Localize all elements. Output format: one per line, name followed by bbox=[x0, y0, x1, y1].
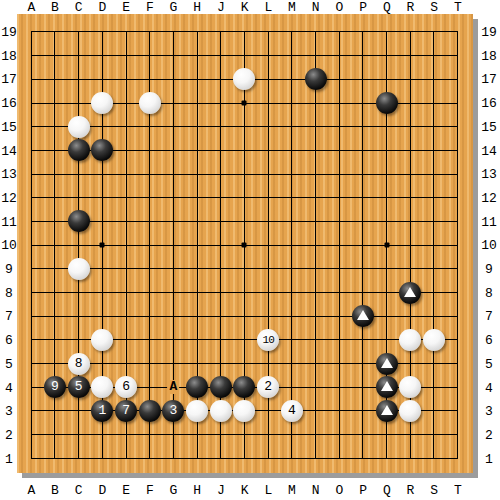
board-point-J13[interactable] bbox=[209, 162, 233, 186]
board-point-E17[interactable] bbox=[114, 68, 138, 92]
board-point-M19[interactable] bbox=[280, 20, 304, 44]
board-point-D7[interactable] bbox=[91, 304, 115, 328]
board-point-H14[interactable] bbox=[185, 139, 209, 163]
board-point-E1[interactable] bbox=[114, 447, 138, 471]
board-point-O19[interactable] bbox=[327, 20, 351, 44]
board-point-L11[interactable] bbox=[256, 210, 280, 234]
board-point-E2[interactable] bbox=[114, 423, 138, 447]
board-point-N4[interactable] bbox=[304, 375, 328, 399]
board-point-D15[interactable] bbox=[91, 115, 115, 139]
board-point-H7[interactable] bbox=[185, 304, 209, 328]
board-point-C4[interactable]: 5 bbox=[67, 375, 91, 399]
board-point-F19[interactable] bbox=[138, 20, 162, 44]
board-point-M18[interactable] bbox=[280, 44, 304, 68]
board-point-J11[interactable] bbox=[209, 210, 233, 234]
board-point-S6[interactable] bbox=[422, 328, 446, 352]
board-point-O2[interactable] bbox=[327, 423, 351, 447]
board-point-N9[interactable] bbox=[304, 257, 328, 281]
board-point-K12[interactable] bbox=[233, 186, 257, 210]
board-point-J5[interactable] bbox=[209, 352, 233, 376]
board-point-A2[interactable] bbox=[19, 423, 43, 447]
board-point-E13[interactable] bbox=[114, 162, 138, 186]
board-point-D12[interactable] bbox=[91, 186, 115, 210]
board-point-K2[interactable] bbox=[233, 423, 257, 447]
board-point-G15[interactable] bbox=[162, 115, 186, 139]
board-point-R19[interactable] bbox=[398, 20, 422, 44]
board-point-T9[interactable] bbox=[446, 257, 470, 281]
board-point-A18[interactable] bbox=[19, 44, 43, 68]
board-point-R13[interactable] bbox=[398, 162, 422, 186]
board-point-O8[interactable] bbox=[327, 281, 351, 305]
board-point-F2[interactable] bbox=[138, 423, 162, 447]
board-point-C12[interactable] bbox=[67, 186, 91, 210]
board-point-L15[interactable] bbox=[256, 115, 280, 139]
board-point-R10[interactable] bbox=[398, 233, 422, 257]
board-point-K1[interactable] bbox=[233, 447, 257, 471]
board-point-E6[interactable] bbox=[114, 328, 138, 352]
board-point-G4[interactable]: A bbox=[162, 375, 186, 399]
board-point-D9[interactable] bbox=[91, 257, 115, 281]
board-point-N3[interactable] bbox=[304, 399, 328, 423]
board-point-Q4[interactable] bbox=[375, 375, 399, 399]
board-point-R12[interactable] bbox=[398, 186, 422, 210]
board-point-R16[interactable] bbox=[398, 91, 422, 115]
board-point-L6[interactable]: 10 bbox=[256, 328, 280, 352]
board-point-S11[interactable] bbox=[422, 210, 446, 234]
board-point-J4[interactable] bbox=[209, 375, 233, 399]
board-point-B10[interactable] bbox=[43, 233, 67, 257]
board-point-L5[interactable] bbox=[256, 352, 280, 376]
board-point-J8[interactable] bbox=[209, 281, 233, 305]
board-point-T1[interactable] bbox=[446, 447, 470, 471]
board-point-E9[interactable] bbox=[114, 257, 138, 281]
board-point-C8[interactable] bbox=[67, 281, 91, 305]
board-point-N16[interactable] bbox=[304, 91, 328, 115]
board-point-F7[interactable] bbox=[138, 304, 162, 328]
board-point-K14[interactable] bbox=[233, 139, 257, 163]
board-point-O3[interactable] bbox=[327, 399, 351, 423]
board-point-J1[interactable] bbox=[209, 447, 233, 471]
board-point-P8[interactable] bbox=[351, 281, 375, 305]
board-point-O16[interactable] bbox=[327, 91, 351, 115]
board-point-P19[interactable] bbox=[351, 20, 375, 44]
board-point-C2[interactable] bbox=[67, 423, 91, 447]
board-point-A10[interactable] bbox=[19, 233, 43, 257]
board-point-G2[interactable] bbox=[162, 423, 186, 447]
board-point-S16[interactable] bbox=[422, 91, 446, 115]
board-point-O11[interactable] bbox=[327, 210, 351, 234]
board-point-E5[interactable] bbox=[114, 352, 138, 376]
board-point-C18[interactable] bbox=[67, 44, 91, 68]
board-point-H6[interactable] bbox=[185, 328, 209, 352]
board-point-B11[interactable] bbox=[43, 210, 67, 234]
board-point-Q6[interactable] bbox=[375, 328, 399, 352]
board-point-C9[interactable] bbox=[67, 257, 91, 281]
board-point-B2[interactable] bbox=[43, 423, 67, 447]
board-point-B6[interactable] bbox=[43, 328, 67, 352]
board-point-K15[interactable] bbox=[233, 115, 257, 139]
board-point-K6[interactable] bbox=[233, 328, 257, 352]
board-point-Q17[interactable] bbox=[375, 68, 399, 92]
board-point-A19[interactable] bbox=[19, 20, 43, 44]
board-point-M9[interactable] bbox=[280, 257, 304, 281]
board-point-L10[interactable] bbox=[256, 233, 280, 257]
board-point-G12[interactable] bbox=[162, 186, 186, 210]
board-point-R1[interactable] bbox=[398, 447, 422, 471]
board-point-D10[interactable] bbox=[91, 233, 115, 257]
board-point-D19[interactable] bbox=[91, 20, 115, 44]
board-point-M4[interactable] bbox=[280, 375, 304, 399]
board-point-P3[interactable] bbox=[351, 399, 375, 423]
board-point-D17[interactable] bbox=[91, 68, 115, 92]
board-point-B4[interactable]: 9 bbox=[43, 375, 67, 399]
board-point-H13[interactable] bbox=[185, 162, 209, 186]
board-point-B1[interactable] bbox=[43, 447, 67, 471]
board-point-M5[interactable] bbox=[280, 352, 304, 376]
board-point-A12[interactable] bbox=[19, 186, 43, 210]
board-point-R8[interactable] bbox=[398, 281, 422, 305]
board-point-P4[interactable] bbox=[351, 375, 375, 399]
board-point-G19[interactable] bbox=[162, 20, 186, 44]
board-point-R18[interactable] bbox=[398, 44, 422, 68]
board-point-P15[interactable] bbox=[351, 115, 375, 139]
board-point-G17[interactable] bbox=[162, 68, 186, 92]
board-point-M12[interactable] bbox=[280, 186, 304, 210]
board-point-N11[interactable] bbox=[304, 210, 328, 234]
board-point-N7[interactable] bbox=[304, 304, 328, 328]
board-point-D18[interactable] bbox=[91, 44, 115, 68]
board-point-A7[interactable] bbox=[19, 304, 43, 328]
board-point-P7[interactable] bbox=[351, 304, 375, 328]
board-point-R11[interactable] bbox=[398, 210, 422, 234]
board-point-M2[interactable] bbox=[280, 423, 304, 447]
board-point-N13[interactable] bbox=[304, 162, 328, 186]
board-point-F17[interactable] bbox=[138, 68, 162, 92]
board-point-J7[interactable] bbox=[209, 304, 233, 328]
board-point-T17[interactable] bbox=[446, 68, 470, 92]
board-point-H10[interactable] bbox=[185, 233, 209, 257]
board-point-Q1[interactable] bbox=[375, 447, 399, 471]
board-point-P5[interactable] bbox=[351, 352, 375, 376]
board-point-A6[interactable] bbox=[19, 328, 43, 352]
board-point-K18[interactable] bbox=[233, 44, 257, 68]
board-point-Q10[interactable] bbox=[375, 233, 399, 257]
board-point-S5[interactable] bbox=[422, 352, 446, 376]
board-point-Q2[interactable] bbox=[375, 423, 399, 447]
board-point-S10[interactable] bbox=[422, 233, 446, 257]
board-point-Q18[interactable] bbox=[375, 44, 399, 68]
board-point-L18[interactable] bbox=[256, 44, 280, 68]
board-point-E7[interactable] bbox=[114, 304, 138, 328]
board-point-G13[interactable] bbox=[162, 162, 186, 186]
board-point-G3[interactable]: 3 bbox=[162, 399, 186, 423]
board-point-H19[interactable] bbox=[185, 20, 209, 44]
board-point-P18[interactable] bbox=[351, 44, 375, 68]
board-point-F4[interactable] bbox=[138, 375, 162, 399]
board-point-D14[interactable] bbox=[91, 139, 115, 163]
board-point-N15[interactable] bbox=[304, 115, 328, 139]
board-point-S15[interactable] bbox=[422, 115, 446, 139]
board-point-N2[interactable] bbox=[304, 423, 328, 447]
board-point-S4[interactable] bbox=[422, 375, 446, 399]
board-point-E14[interactable] bbox=[114, 139, 138, 163]
board-point-M7[interactable] bbox=[280, 304, 304, 328]
board-point-Q8[interactable] bbox=[375, 281, 399, 305]
board-point-H17[interactable] bbox=[185, 68, 209, 92]
board-point-M6[interactable] bbox=[280, 328, 304, 352]
board-point-J3[interactable] bbox=[209, 399, 233, 423]
board-point-H16[interactable] bbox=[185, 91, 209, 115]
board-point-R5[interactable] bbox=[398, 352, 422, 376]
board-point-O17[interactable] bbox=[327, 68, 351, 92]
board-point-J14[interactable] bbox=[209, 139, 233, 163]
board-point-D4[interactable] bbox=[91, 375, 115, 399]
board-point-L4[interactable]: 2 bbox=[256, 375, 280, 399]
board-point-H1[interactable] bbox=[185, 447, 209, 471]
board-point-D6[interactable] bbox=[91, 328, 115, 352]
board-point-A13[interactable] bbox=[19, 162, 43, 186]
board-point-C6[interactable] bbox=[67, 328, 91, 352]
board-point-P10[interactable] bbox=[351, 233, 375, 257]
board-point-A8[interactable] bbox=[19, 281, 43, 305]
board-point-M1[interactable] bbox=[280, 447, 304, 471]
board-point-T4[interactable] bbox=[446, 375, 470, 399]
board-point-A16[interactable] bbox=[19, 91, 43, 115]
board-point-E15[interactable] bbox=[114, 115, 138, 139]
board-point-S18[interactable] bbox=[422, 44, 446, 68]
board-point-N18[interactable] bbox=[304, 44, 328, 68]
board-point-P12[interactable] bbox=[351, 186, 375, 210]
board-point-B15[interactable] bbox=[43, 115, 67, 139]
board-point-N6[interactable] bbox=[304, 328, 328, 352]
board-point-F9[interactable] bbox=[138, 257, 162, 281]
board-point-C1[interactable] bbox=[67, 447, 91, 471]
board-point-P6[interactable] bbox=[351, 328, 375, 352]
board-point-G16[interactable] bbox=[162, 91, 186, 115]
board-point-O1[interactable] bbox=[327, 447, 351, 471]
board-point-H12[interactable] bbox=[185, 186, 209, 210]
board-point-H8[interactable] bbox=[185, 281, 209, 305]
board-point-J6[interactable] bbox=[209, 328, 233, 352]
board-point-C10[interactable] bbox=[67, 233, 91, 257]
board-point-T19[interactable] bbox=[446, 20, 470, 44]
board-point-M8[interactable] bbox=[280, 281, 304, 305]
board-point-R4[interactable] bbox=[398, 375, 422, 399]
board-point-S13[interactable] bbox=[422, 162, 446, 186]
board-point-K3[interactable] bbox=[233, 399, 257, 423]
board-point-S1[interactable] bbox=[422, 447, 446, 471]
board-point-R2[interactable] bbox=[398, 423, 422, 447]
board-point-B7[interactable] bbox=[43, 304, 67, 328]
board-point-G11[interactable] bbox=[162, 210, 186, 234]
board-point-L2[interactable] bbox=[256, 423, 280, 447]
board-point-T15[interactable] bbox=[446, 115, 470, 139]
board-point-B18[interactable] bbox=[43, 44, 67, 68]
board-point-C14[interactable] bbox=[67, 139, 91, 163]
board-point-E19[interactable] bbox=[114, 20, 138, 44]
board-point-L13[interactable] bbox=[256, 162, 280, 186]
board-point-D5[interactable] bbox=[91, 352, 115, 376]
board-point-B19[interactable] bbox=[43, 20, 67, 44]
board-point-F14[interactable] bbox=[138, 139, 162, 163]
board-point-F13[interactable] bbox=[138, 162, 162, 186]
board-point-B3[interactable] bbox=[43, 399, 67, 423]
board-point-E12[interactable] bbox=[114, 186, 138, 210]
board-point-F16[interactable] bbox=[138, 91, 162, 115]
board-point-F11[interactable] bbox=[138, 210, 162, 234]
board-point-E10[interactable] bbox=[114, 233, 138, 257]
board-point-Q5[interactable] bbox=[375, 352, 399, 376]
board-point-G9[interactable] bbox=[162, 257, 186, 281]
board-point-L1[interactable] bbox=[256, 447, 280, 471]
board-point-G14[interactable] bbox=[162, 139, 186, 163]
board-point-R6[interactable] bbox=[398, 328, 422, 352]
board-point-K4[interactable] bbox=[233, 375, 257, 399]
board-point-T18[interactable] bbox=[446, 44, 470, 68]
board-point-E4[interactable]: 6 bbox=[114, 375, 138, 399]
board-point-F18[interactable] bbox=[138, 44, 162, 68]
board-point-L3[interactable] bbox=[256, 399, 280, 423]
board-point-A1[interactable] bbox=[19, 447, 43, 471]
board-point-T16[interactable] bbox=[446, 91, 470, 115]
board-point-F3[interactable] bbox=[138, 399, 162, 423]
board-point-K17[interactable] bbox=[233, 68, 257, 92]
board-point-B17[interactable] bbox=[43, 68, 67, 92]
board-point-G18[interactable] bbox=[162, 44, 186, 68]
board-point-M10[interactable] bbox=[280, 233, 304, 257]
board-point-E16[interactable] bbox=[114, 91, 138, 115]
board-point-C19[interactable] bbox=[67, 20, 91, 44]
board-point-L8[interactable] bbox=[256, 281, 280, 305]
board-point-T7[interactable] bbox=[446, 304, 470, 328]
board-point-C16[interactable] bbox=[67, 91, 91, 115]
board-point-N17[interactable] bbox=[304, 68, 328, 92]
board-point-B16[interactable] bbox=[43, 91, 67, 115]
board-point-F15[interactable] bbox=[138, 115, 162, 139]
board-point-Q14[interactable] bbox=[375, 139, 399, 163]
board-point-S7[interactable] bbox=[422, 304, 446, 328]
board-point-D16[interactable] bbox=[91, 91, 115, 115]
board-point-H15[interactable] bbox=[185, 115, 209, 139]
board-point-M3[interactable]: 4 bbox=[280, 399, 304, 423]
board-point-B5[interactable] bbox=[43, 352, 67, 376]
board-point-Q13[interactable] bbox=[375, 162, 399, 186]
board-point-B13[interactable] bbox=[43, 162, 67, 186]
board-point-H18[interactable] bbox=[185, 44, 209, 68]
board-point-O6[interactable] bbox=[327, 328, 351, 352]
board-point-H9[interactable] bbox=[185, 257, 209, 281]
board-point-J16[interactable] bbox=[209, 91, 233, 115]
board-point-S8[interactable] bbox=[422, 281, 446, 305]
board-point-C15[interactable] bbox=[67, 115, 91, 139]
board-point-K13[interactable] bbox=[233, 162, 257, 186]
board-point-L16[interactable] bbox=[256, 91, 280, 115]
board-point-H11[interactable] bbox=[185, 210, 209, 234]
board-point-O14[interactable] bbox=[327, 139, 351, 163]
board-point-Q16[interactable] bbox=[375, 91, 399, 115]
board-point-T12[interactable] bbox=[446, 186, 470, 210]
board-point-F12[interactable] bbox=[138, 186, 162, 210]
board-point-S2[interactable] bbox=[422, 423, 446, 447]
board-point-E18[interactable] bbox=[114, 44, 138, 68]
board-point-P2[interactable] bbox=[351, 423, 375, 447]
board-point-F8[interactable] bbox=[138, 281, 162, 305]
board-point-T3[interactable] bbox=[446, 399, 470, 423]
board-point-K7[interactable] bbox=[233, 304, 257, 328]
board-point-N10[interactable] bbox=[304, 233, 328, 257]
board-point-T2[interactable] bbox=[446, 423, 470, 447]
board-point-A14[interactable] bbox=[19, 139, 43, 163]
board-point-K10[interactable] bbox=[233, 233, 257, 257]
board-point-N19[interactable] bbox=[304, 20, 328, 44]
board-point-H4[interactable] bbox=[185, 375, 209, 399]
board-point-R15[interactable] bbox=[398, 115, 422, 139]
board-point-Q19[interactable] bbox=[375, 20, 399, 44]
board-point-P1[interactable] bbox=[351, 447, 375, 471]
board-point-D11[interactable] bbox=[91, 210, 115, 234]
board-point-O4[interactable] bbox=[327, 375, 351, 399]
board-point-O13[interactable] bbox=[327, 162, 351, 186]
board-point-G10[interactable] bbox=[162, 233, 186, 257]
board-point-J15[interactable] bbox=[209, 115, 233, 139]
board-point-G5[interactable] bbox=[162, 352, 186, 376]
board-point-C3[interactable] bbox=[67, 399, 91, 423]
board-point-O5[interactable] bbox=[327, 352, 351, 376]
board-point-E8[interactable] bbox=[114, 281, 138, 305]
board-point-Q3[interactable] bbox=[375, 399, 399, 423]
board-point-D2[interactable] bbox=[91, 423, 115, 447]
board-point-O7[interactable] bbox=[327, 304, 351, 328]
board-point-S12[interactable] bbox=[422, 186, 446, 210]
board-point-G1[interactable] bbox=[162, 447, 186, 471]
board-point-P11[interactable] bbox=[351, 210, 375, 234]
board-point-P13[interactable] bbox=[351, 162, 375, 186]
board-point-K8[interactable] bbox=[233, 281, 257, 305]
board-point-F6[interactable] bbox=[138, 328, 162, 352]
board-point-J17[interactable] bbox=[209, 68, 233, 92]
board-point-K16[interactable] bbox=[233, 91, 257, 115]
board-point-S17[interactable] bbox=[422, 68, 446, 92]
board-point-S9[interactable] bbox=[422, 257, 446, 281]
board-point-L7[interactable] bbox=[256, 304, 280, 328]
board-point-R17[interactable] bbox=[398, 68, 422, 92]
board-point-A17[interactable] bbox=[19, 68, 43, 92]
board-point-N5[interactable] bbox=[304, 352, 328, 376]
board-point-G8[interactable] bbox=[162, 281, 186, 305]
board-point-Q11[interactable] bbox=[375, 210, 399, 234]
board-point-E11[interactable] bbox=[114, 210, 138, 234]
board-point-K9[interactable] bbox=[233, 257, 257, 281]
board-point-C13[interactable] bbox=[67, 162, 91, 186]
board-point-A3[interactable] bbox=[19, 399, 43, 423]
board-point-L19[interactable] bbox=[256, 20, 280, 44]
board-point-M15[interactable] bbox=[280, 115, 304, 139]
board-point-D3[interactable]: 1 bbox=[91, 399, 115, 423]
board-point-N1[interactable] bbox=[304, 447, 328, 471]
board-point-P16[interactable] bbox=[351, 91, 375, 115]
board-point-P17[interactable] bbox=[351, 68, 375, 92]
board-point-S19[interactable] bbox=[422, 20, 446, 44]
board-point-N8[interactable] bbox=[304, 281, 328, 305]
board-point-C11[interactable] bbox=[67, 210, 91, 234]
board-point-A4[interactable] bbox=[19, 375, 43, 399]
board-point-T5[interactable] bbox=[446, 352, 470, 376]
board-point-O15[interactable] bbox=[327, 115, 351, 139]
board-point-G7[interactable] bbox=[162, 304, 186, 328]
board-point-J10[interactable] bbox=[209, 233, 233, 257]
board-point-M16[interactable] bbox=[280, 91, 304, 115]
board-point-M11[interactable] bbox=[280, 210, 304, 234]
